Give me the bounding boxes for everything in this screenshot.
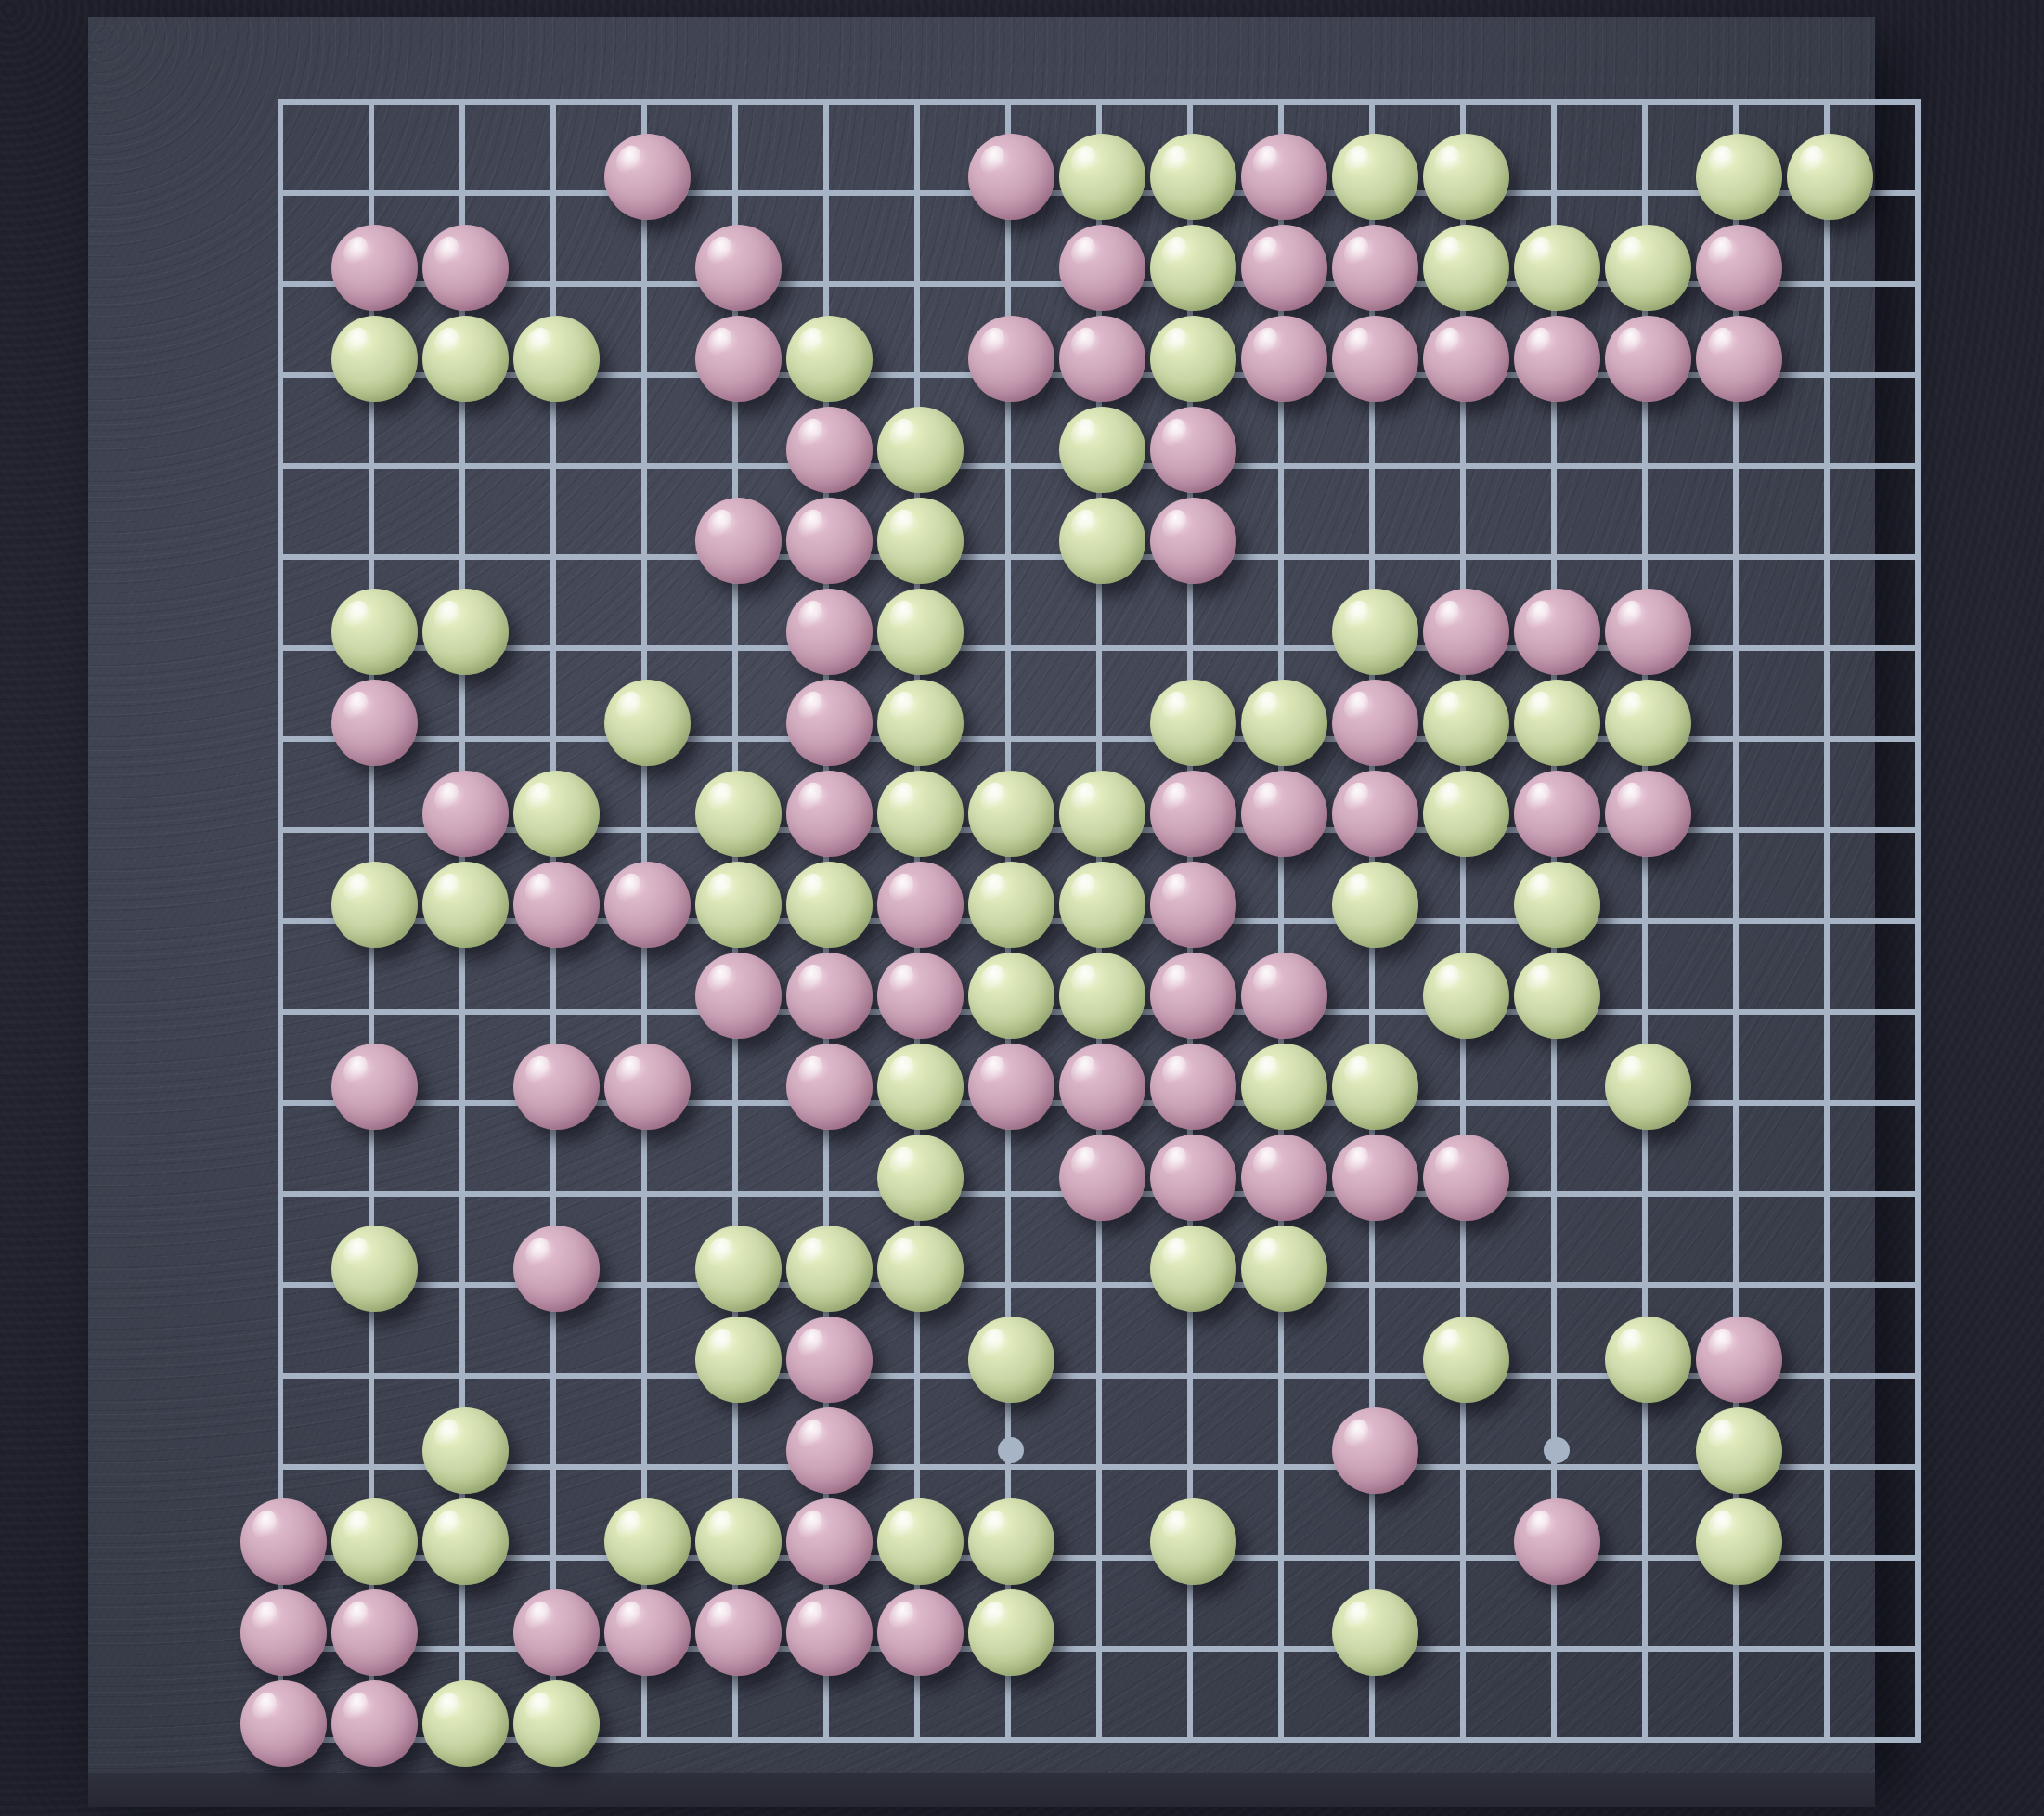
board-intersection[interactable]	[692, 222, 783, 313]
board-intersection[interactable]	[1238, 768, 1329, 859]
board-intersection[interactable]	[965, 1041, 1056, 1132]
stone-green[interactable]	[422, 589, 509, 675]
stone-green[interactable]	[1696, 1407, 1782, 1494]
stone-green[interactable]	[1150, 134, 1236, 220]
stone-pink[interactable]	[968, 134, 1054, 220]
board-intersection[interactable]	[1602, 768, 1693, 859]
stone-pink[interactable]	[1696, 1317, 1782, 1403]
stone-pink[interactable]	[422, 771, 509, 857]
stone-pink[interactable]	[513, 1044, 600, 1130]
stone-pink[interactable]	[1150, 1135, 1236, 1221]
stone-green[interactable]	[877, 680, 964, 766]
stone-pink[interactable]	[1059, 1135, 1145, 1221]
board-intersection[interactable]	[783, 859, 874, 950]
board-intersection[interactable]	[874, 1132, 965, 1223]
stone-green[interactable]	[968, 862, 1054, 948]
stone-pink[interactable]	[1241, 771, 1327, 857]
stone-pink[interactable]	[1514, 589, 1600, 675]
stone-green[interactable]	[422, 1680, 509, 1767]
stone-green[interactable]	[1059, 771, 1145, 857]
board-intersection[interactable]	[965, 1587, 1056, 1678]
stone-green[interactable]	[1787, 134, 1873, 220]
board-intersection[interactable]	[874, 677, 965, 768]
board-intersection[interactable]	[1602, 586, 1693, 677]
board-intersection[interactable]	[1056, 222, 1147, 313]
board-intersection[interactable]	[238, 1678, 329, 1769]
stone-pink[interactable]	[1696, 225, 1782, 311]
stone-green[interactable]	[1332, 134, 1418, 220]
stone-green[interactable]	[968, 1589, 1054, 1676]
board-intersection[interactable]	[1056, 404, 1147, 495]
stone-green[interactable]	[513, 316, 600, 402]
board-intersection[interactable]	[1056, 495, 1147, 586]
board-intersection[interactable]	[783, 1405, 874, 1496]
stone-green[interactable]	[331, 589, 418, 675]
board-intersection[interactable]	[1238, 677, 1329, 768]
stone-green[interactable]	[604, 680, 691, 766]
stone-pink[interactable]	[1605, 316, 1691, 402]
stone-green[interactable]	[968, 771, 1054, 857]
board-intersection[interactable]	[965, 950, 1056, 1041]
stone-pink[interactable]	[786, 953, 873, 1039]
board-intersection[interactable]	[1147, 677, 1238, 768]
board-intersection[interactable]	[420, 1678, 511, 1769]
stone-green[interactable]	[877, 407, 964, 493]
stone-pink[interactable]	[422, 225, 509, 311]
board-intersection[interactable]	[692, 313, 783, 404]
stone-green[interactable]	[1150, 680, 1236, 766]
board-intersection[interactable]	[1329, 1041, 1420, 1132]
stone-green[interactable]	[331, 316, 418, 402]
board-intersection[interactable]	[511, 313, 602, 404]
board-intersection[interactable]	[1329, 1132, 1420, 1223]
board-intersection[interactable]	[1147, 1223, 1238, 1314]
stone-pink[interactable]	[786, 771, 873, 857]
stone-pink[interactable]	[695, 225, 782, 311]
stone-green[interactable]	[1059, 498, 1145, 584]
board-intersection[interactable]	[1511, 950, 1602, 1041]
stone-green[interactable]	[1150, 316, 1236, 402]
board-intersection[interactable]	[1147, 768, 1238, 859]
board-intersection[interactable]	[783, 404, 874, 495]
board-intersection[interactable]	[965, 768, 1056, 859]
stone-pink[interactable]	[1241, 225, 1327, 311]
board-intersection[interactable]	[1420, 131, 1511, 222]
stone-pink[interactable]	[1150, 771, 1236, 857]
board-intersection[interactable]	[1238, 1041, 1329, 1132]
board-intersection[interactable]	[329, 859, 420, 950]
stone-pink[interactable]	[786, 407, 873, 493]
stone-pink[interactable]	[877, 1589, 964, 1676]
board-intersection[interactable]	[1238, 222, 1329, 313]
stone-green[interactable]	[968, 1498, 1054, 1585]
board-intersection[interactable]	[1420, 222, 1511, 313]
board-intersection[interactable]	[1056, 313, 1147, 404]
stone-pink[interactable]	[1423, 589, 1509, 675]
stone-green[interactable]	[1514, 953, 1600, 1039]
stone-pink[interactable]	[695, 1589, 782, 1676]
stone-pink[interactable]	[1514, 1498, 1600, 1585]
board-intersection[interactable]	[783, 1223, 874, 1314]
stone-green[interactable]	[1059, 862, 1145, 948]
stone-green[interactable]	[877, 1226, 964, 1312]
board-intersection[interactable]	[783, 677, 874, 768]
stone-pink[interactable]	[695, 498, 782, 584]
stone-green[interactable]	[1241, 1226, 1327, 1312]
stone-pink[interactable]	[786, 1498, 873, 1585]
stone-green[interactable]	[1605, 1044, 1691, 1130]
board-intersection[interactable]	[511, 1223, 602, 1314]
stone-green[interactable]	[1514, 862, 1600, 948]
board-intersection[interactable]	[238, 1587, 329, 1678]
board-intersection[interactable]	[1147, 404, 1238, 495]
board-intersection[interactable]	[783, 768, 874, 859]
stone-green[interactable]	[1423, 1317, 1509, 1403]
board-intersection[interactable]	[874, 1496, 965, 1587]
board-intersection[interactable]	[692, 1223, 783, 1314]
board-intersection[interactable]	[1238, 1132, 1329, 1223]
board-intersection[interactable]	[874, 859, 965, 950]
stone-green[interactable]	[1696, 1498, 1782, 1585]
board-intersection[interactable]	[1329, 313, 1420, 404]
board-intersection[interactable]	[692, 950, 783, 1041]
stone-pink[interactable]	[240, 1589, 327, 1676]
board-intersection[interactable]	[692, 1314, 783, 1405]
board-intersection[interactable]	[1329, 768, 1420, 859]
stone-green[interactable]	[877, 498, 964, 584]
stone-pink[interactable]	[331, 1589, 418, 1676]
stone-green[interactable]	[1332, 1589, 1418, 1676]
board-intersection[interactable]	[420, 222, 511, 313]
stone-pink[interactable]	[1423, 316, 1509, 402]
stone-pink[interactable]	[1150, 862, 1236, 948]
stone-pink[interactable]	[1059, 1044, 1145, 1130]
board-intersection[interactable]	[965, 131, 1056, 222]
board-intersection[interactable]	[692, 768, 783, 859]
board-intersection[interactable]	[511, 1587, 602, 1678]
board-intersection[interactable]	[1238, 950, 1329, 1041]
board-intersection[interactable]	[965, 313, 1056, 404]
board-intersection[interactable]	[1602, 313, 1693, 404]
stone-pink[interactable]	[1241, 953, 1327, 1039]
board-intersection[interactable]	[965, 1314, 1056, 1405]
board-intersection[interactable]	[329, 222, 420, 313]
stone-green[interactable]	[1150, 1498, 1236, 1585]
stone-pink[interactable]	[695, 316, 782, 402]
stone-green[interactable]	[1423, 134, 1509, 220]
stone-pink[interactable]	[1514, 316, 1600, 402]
stone-pink[interactable]	[240, 1680, 327, 1767]
board-intersection[interactable]	[1329, 1587, 1420, 1678]
stone-green[interactable]	[422, 862, 509, 948]
stone-pink[interactable]	[786, 680, 873, 766]
board-intersection[interactable]	[1329, 1405, 1420, 1496]
board-intersection[interactable]	[783, 950, 874, 1041]
stone-green[interactable]	[877, 1135, 964, 1221]
stone-green[interactable]	[968, 1317, 1054, 1403]
stone-pink[interactable]	[786, 589, 873, 675]
stone-pink[interactable]	[786, 1589, 873, 1676]
board-intersection[interactable]	[1056, 1132, 1147, 1223]
board-intersection[interactable]	[1602, 1314, 1693, 1405]
stone-pink[interactable]	[240, 1498, 327, 1585]
stone-green[interactable]	[1423, 225, 1509, 311]
stone-green[interactable]	[695, 1317, 782, 1403]
board-intersection[interactable]	[965, 859, 1056, 950]
board-intersection[interactable]	[329, 1496, 420, 1587]
board-intersection[interactable]	[1147, 131, 1238, 222]
stone-pink[interactable]	[786, 1044, 873, 1130]
stone-green[interactable]	[786, 316, 873, 402]
stone-green[interactable]	[1605, 1317, 1691, 1403]
stone-pink[interactable]	[1423, 1135, 1509, 1221]
stone-pink[interactable]	[331, 1044, 418, 1130]
board-intersection[interactable]	[1693, 222, 1784, 313]
board-intersection[interactable]	[511, 1678, 602, 1769]
stone-green[interactable]	[604, 1498, 691, 1585]
board-intersection[interactable]	[1693, 131, 1784, 222]
board-intersection[interactable]	[874, 404, 965, 495]
stone-green[interactable]	[513, 771, 600, 857]
stone-green[interactable]	[695, 1226, 782, 1312]
board-intersection[interactable]	[420, 859, 511, 950]
board-intersection[interactable]	[1602, 222, 1693, 313]
stone-green[interactable]	[331, 862, 418, 948]
board-intersection[interactable]	[329, 1223, 420, 1314]
stone-green[interactable]	[513, 1680, 600, 1767]
stone-green[interactable]	[1605, 225, 1691, 311]
stone-green[interactable]	[331, 1226, 418, 1312]
board-intersection[interactable]	[420, 313, 511, 404]
board-intersection[interactable]	[602, 131, 692, 222]
stone-pink[interactable]	[513, 1589, 600, 1676]
board-intersection[interactable]	[1329, 131, 1420, 222]
board-intersection[interactable]	[602, 1587, 692, 1678]
stone-pink[interactable]	[604, 1589, 691, 1676]
board-intersection[interactable]	[1511, 586, 1602, 677]
board-intersection[interactable]	[1511, 222, 1602, 313]
board-intersection[interactable]	[329, 1678, 420, 1769]
board-intersection[interactable]	[602, 677, 692, 768]
board-intersection[interactable]	[1147, 1041, 1238, 1132]
stone-pink[interactable]	[604, 1044, 691, 1130]
stone-green[interactable]	[1150, 225, 1236, 311]
stone-pink[interactable]	[604, 862, 691, 948]
stone-green[interactable]	[422, 316, 509, 402]
board-intersection[interactable]	[602, 1041, 692, 1132]
board-intersection[interactable]	[783, 1587, 874, 1678]
board-intersection[interactable]	[1511, 859, 1602, 950]
board-intersection[interactable]	[1147, 495, 1238, 586]
stone-green[interactable]	[1423, 680, 1509, 766]
board-intersection[interactable]	[1602, 1041, 1693, 1132]
board-intersection[interactable]	[783, 1041, 874, 1132]
stone-green[interactable]	[877, 589, 964, 675]
board-intersection[interactable]	[420, 586, 511, 677]
board-intersection[interactable]	[1238, 313, 1329, 404]
board-intersection[interactable]	[783, 495, 874, 586]
board-intersection[interactable]	[874, 950, 965, 1041]
stone-green[interactable]	[1514, 225, 1600, 311]
board-intersection[interactable]	[692, 1587, 783, 1678]
board-intersection[interactable]	[329, 1041, 420, 1132]
stone-pink[interactable]	[786, 498, 873, 584]
stone-pink[interactable]	[1241, 316, 1327, 402]
board-intersection[interactable]	[329, 1587, 420, 1678]
board-intersection[interactable]	[1056, 950, 1147, 1041]
board-intersection[interactable]	[692, 495, 783, 586]
stone-pink[interactable]	[877, 953, 964, 1039]
board-intersection[interactable]	[1329, 222, 1420, 313]
stone-green[interactable]	[695, 1498, 782, 1585]
board-intersection[interactable]	[1420, 950, 1511, 1041]
stone-green[interactable]	[695, 771, 782, 857]
stone-pink[interactable]	[1332, 1135, 1418, 1221]
stone-green[interactable]	[1241, 680, 1327, 766]
stone-pink[interactable]	[1241, 1135, 1327, 1221]
board-intersection[interactable]	[511, 768, 602, 859]
board-intersection[interactable]	[1420, 313, 1511, 404]
stone-pink[interactable]	[786, 1407, 873, 1494]
stone-pink[interactable]	[1059, 225, 1145, 311]
stone-green[interactable]	[1605, 680, 1691, 766]
board-intersection[interactable]	[511, 859, 602, 950]
board-intersection[interactable]	[420, 768, 511, 859]
board-intersection[interactable]	[874, 495, 965, 586]
stone-green[interactable]	[968, 953, 1054, 1039]
board-intersection[interactable]	[1511, 1496, 1602, 1587]
stone-pink[interactable]	[877, 862, 964, 948]
stone-pink[interactable]	[1332, 225, 1418, 311]
board-intersection[interactable]	[1056, 131, 1147, 222]
stone-pink[interactable]	[513, 862, 600, 948]
board-intersection[interactable]	[874, 586, 965, 677]
stone-pink[interactable]	[695, 953, 782, 1039]
stone-green[interactable]	[331, 1498, 418, 1585]
board-intersection[interactable]	[1238, 131, 1329, 222]
board-intersection[interactable]	[1147, 1132, 1238, 1223]
board-intersection[interactable]	[602, 1496, 692, 1587]
board-intersection[interactable]	[329, 313, 420, 404]
board-intersection[interactable]	[1147, 950, 1238, 1041]
stone-pink[interactable]	[604, 134, 691, 220]
stone-pink[interactable]	[968, 1044, 1054, 1130]
board-intersection[interactable]	[783, 586, 874, 677]
stone-green[interactable]	[1059, 953, 1145, 1039]
stone-pink[interactable]	[331, 680, 418, 766]
board-intersection[interactable]	[1147, 1496, 1238, 1587]
board-intersection[interactable]	[602, 859, 692, 950]
stone-pink[interactable]	[1150, 498, 1236, 584]
board-intersection[interactable]	[874, 1587, 965, 1678]
stone-green[interactable]	[422, 1498, 509, 1585]
board-intersection[interactable]	[1511, 313, 1602, 404]
board-intersection[interactable]	[1420, 677, 1511, 768]
board-intersection[interactable]	[1329, 677, 1420, 768]
stone-green[interactable]	[1696, 134, 1782, 220]
board-intersection[interactable]	[1784, 131, 1875, 222]
stone-pink[interactable]	[1605, 589, 1691, 675]
board-intersection[interactable]	[1511, 768, 1602, 859]
stone-green[interactable]	[1423, 953, 1509, 1039]
board-intersection[interactable]	[1238, 1223, 1329, 1314]
board-intersection[interactable]	[1693, 1314, 1784, 1405]
stone-pink[interactable]	[1150, 1044, 1236, 1130]
board-intersection[interactable]	[329, 677, 420, 768]
stone-pink[interactable]	[1059, 316, 1145, 402]
stone-green[interactable]	[1514, 680, 1600, 766]
stone-pink[interactable]	[1332, 680, 1418, 766]
board-intersection[interactable]	[874, 768, 965, 859]
board-intersection[interactable]	[1693, 313, 1784, 404]
stone-pink[interactable]	[1332, 771, 1418, 857]
stone-pink[interactable]	[1332, 1407, 1418, 1494]
stone-pink[interactable]	[1514, 771, 1600, 857]
board-intersection[interactable]	[1147, 313, 1238, 404]
stone-green[interactable]	[1332, 1044, 1418, 1130]
stone-green[interactable]	[1150, 1226, 1236, 1312]
stone-green[interactable]	[1332, 862, 1418, 948]
board-intersection[interactable]	[692, 1496, 783, 1587]
board-intersection[interactable]	[1056, 859, 1147, 950]
board-intersection[interactable]	[1602, 677, 1693, 768]
stone-pink[interactable]	[331, 1680, 418, 1767]
stone-green[interactable]	[1059, 134, 1145, 220]
board-intersection[interactable]	[874, 1041, 965, 1132]
board-intersection[interactable]	[1329, 586, 1420, 677]
stone-green[interactable]	[1241, 1044, 1327, 1130]
board-intersection[interactable]	[783, 313, 874, 404]
stone-pink[interactable]	[513, 1226, 600, 1312]
stone-green[interactable]	[1059, 407, 1145, 493]
board-intersection[interactable]	[1056, 1041, 1147, 1132]
board-intersection[interactable]	[692, 859, 783, 950]
board-intersection[interactable]	[511, 1041, 602, 1132]
board-intersection[interactable]	[1329, 859, 1420, 950]
board-intersection[interactable]	[238, 1496, 329, 1587]
board-intersection[interactable]	[783, 1314, 874, 1405]
board-intersection[interactable]	[420, 1496, 511, 1587]
board-intersection[interactable]	[874, 1223, 965, 1314]
stone-green[interactable]	[1332, 589, 1418, 675]
board-intersection[interactable]	[420, 1405, 511, 1496]
board-intersection[interactable]	[1420, 768, 1511, 859]
board-intersection[interactable]	[965, 1496, 1056, 1587]
board-intersection[interactable]	[1420, 1132, 1511, 1223]
board-intersection[interactable]	[783, 1496, 874, 1587]
stone-green[interactable]	[877, 1498, 964, 1585]
board-intersection[interactable]	[1147, 222, 1238, 313]
board-intersection[interactable]	[329, 586, 420, 677]
board-intersection[interactable]	[1056, 768, 1147, 859]
stone-green[interactable]	[695, 862, 782, 948]
stone-pink[interactable]	[1605, 771, 1691, 857]
stone-pink[interactable]	[1150, 407, 1236, 493]
board-intersection[interactable]	[1693, 1405, 1784, 1496]
stone-green[interactable]	[786, 862, 873, 948]
stone-green[interactable]	[877, 771, 964, 857]
board-intersection[interactable]	[1693, 1496, 1784, 1587]
stone-green[interactable]	[877, 1044, 964, 1130]
board-intersection[interactable]	[1511, 677, 1602, 768]
stone-pink[interactable]	[331, 225, 418, 311]
stone-green[interactable]	[786, 1226, 873, 1312]
stone-green[interactable]	[1423, 771, 1509, 857]
stone-pink[interactable]	[1332, 316, 1418, 402]
stone-pink[interactable]	[1696, 316, 1782, 402]
stone-pink[interactable]	[1150, 953, 1236, 1039]
stone-green[interactable]	[422, 1407, 509, 1494]
